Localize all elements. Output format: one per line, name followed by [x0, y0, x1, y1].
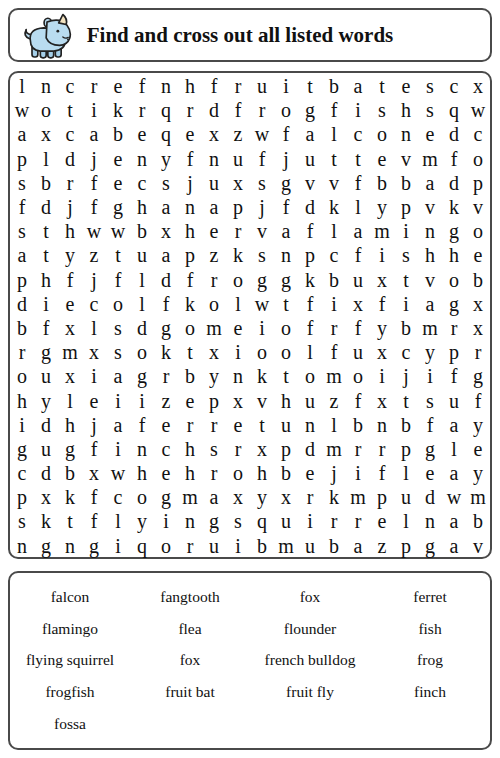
grid-cell-r20c6[interactable]: q [130, 534, 154, 558]
grid-cell-r3c15[interactable]: c [346, 122, 370, 146]
grid-cell-r17c5[interactable]: w [106, 461, 130, 485]
grid-cell-r12c12[interactable]: o [274, 340, 298, 364]
grid-cell-r16c14[interactable]: m [322, 437, 346, 461]
grid-cell-r18c8[interactable]: m [178, 485, 202, 509]
grid-cell-r15c15[interactable]: b [346, 413, 370, 437]
grid-cell-r17c19[interactable]: a [442, 461, 466, 485]
grid-cell-r3c14[interactable]: l [322, 122, 346, 146]
grid-cell-r3c17[interactable]: n [394, 122, 418, 146]
grid-cell-r6c11[interactable]: j [250, 195, 274, 219]
grid-cell-r3c12[interactable]: f [274, 122, 298, 146]
grid-cell-r15c16[interactable]: n [370, 413, 394, 437]
grid-cell-r6c20[interactable]: v [466, 195, 490, 219]
grid-cell-r4c20[interactable]: o [466, 147, 490, 171]
grid-cell-r1c15[interactable]: a [346, 74, 370, 98]
grid-cell-r14c6[interactable]: i [130, 388, 154, 412]
grid-cell-r19c19[interactable]: a [442, 509, 466, 533]
grid-cell-r14c8[interactable]: e [178, 388, 202, 412]
grid-cell-r13c3[interactable]: x [58, 364, 82, 388]
grid-cell-r1c19[interactable]: c [442, 74, 466, 98]
grid-cell-r5c11[interactable]: s [250, 171, 274, 195]
grid-cell-r16c12[interactable]: p [274, 437, 298, 461]
grid-cell-r14c3[interactable]: l [58, 388, 82, 412]
grid-cell-r15c10[interactable]: e [226, 413, 250, 437]
grid-cell-r20c9[interactable]: u [202, 534, 226, 558]
grid-cell-r2c10[interactable]: f [226, 98, 250, 122]
grid-cell-r14c17[interactable]: t [394, 388, 418, 412]
grid-cell-r18c4[interactable]: f [82, 485, 106, 509]
grid-cell-r2c7[interactable]: q [154, 98, 178, 122]
grid-cell-r13c14[interactable]: m [322, 364, 346, 388]
grid-cell-r8c17[interactable]: s [394, 243, 418, 267]
grid-cell-r19c2[interactable]: k [34, 509, 58, 533]
grid-cell-r15c11[interactable]: t [250, 413, 274, 437]
grid-cell-r3c8[interactable]: e [178, 122, 202, 146]
grid-cell-r8c7[interactable]: a [154, 243, 178, 267]
grid-cell-r14c14[interactable]: z [322, 388, 346, 412]
grid-cell-r13c13[interactable]: o [298, 364, 322, 388]
grid-cell-r5c15[interactable]: f [346, 171, 370, 195]
grid-cell-r1c11[interactable]: u [250, 74, 274, 98]
grid-cell-r17c2[interactable]: d [34, 461, 58, 485]
grid-cell-r19c20[interactable]: b [466, 509, 490, 533]
grid-cell-r11c5[interactable]: s [106, 316, 130, 340]
grid-cell-r17c20[interactable]: y [466, 461, 490, 485]
grid-cell-r5c6[interactable]: c [130, 171, 154, 195]
grid-cell-r15c1[interactable]: i [10, 413, 34, 437]
grid-cell-r2c13[interactable]: g [298, 98, 322, 122]
grid-cell-r18c17[interactable]: u [394, 485, 418, 509]
grid-cell-r2c20[interactable]: w [466, 98, 490, 122]
grid-cell-r19c5[interactable]: l [106, 509, 130, 533]
grid-cell-r9c5[interactable]: f [106, 268, 130, 292]
grid-cell-r9c15[interactable]: u [346, 268, 370, 292]
grid-cell-r10c14[interactable]: i [322, 292, 346, 316]
grid-cell-r13c17[interactable]: j [394, 364, 418, 388]
grid-cell-r18c9[interactable]: a [202, 485, 226, 509]
grid-cell-r1c14[interactable]: b [322, 74, 346, 98]
grid-cell-r17c18[interactable]: e [418, 461, 442, 485]
grid-cell-r13c9[interactable]: y [202, 364, 226, 388]
grid-cell-r4c3[interactable]: d [58, 147, 82, 171]
grid-cell-r6c12[interactable]: f [274, 195, 298, 219]
grid-cell-r6c4[interactable]: f [82, 195, 106, 219]
grid-cell-r9c14[interactable]: b [322, 268, 346, 292]
grid-cell-r11c17[interactable]: b [394, 316, 418, 340]
word-list-item[interactable]: fox [250, 581, 370, 613]
word-list-item[interactable]: fangtooth [130, 581, 250, 613]
grid-cell-r19c4[interactable]: f [82, 509, 106, 533]
grid-cell-r18c16[interactable]: p [370, 485, 394, 509]
grid-cell-r2c6[interactable]: r [130, 98, 154, 122]
grid-cell-r11c20[interactable]: x [466, 316, 490, 340]
grid-cell-r2c9[interactable]: d [202, 98, 226, 122]
grid-cell-r1c18[interactable]: s [418, 74, 442, 98]
grid-cell-r8c2[interactable]: t [34, 243, 58, 267]
grid-cell-r13c6[interactable]: g [130, 364, 154, 388]
grid-cell-r7c3[interactable]: h [58, 219, 82, 243]
grid-cell-r11c2[interactable]: f [34, 316, 58, 340]
grid-cell-r19c14[interactable]: r [322, 509, 346, 533]
grid-cell-r20c5[interactable]: i [106, 534, 130, 558]
grid-cell-r9c4[interactable]: j [82, 268, 106, 292]
grid-cell-r19c18[interactable]: n [418, 509, 442, 533]
grid-cell-r10c8[interactable]: k [178, 292, 202, 316]
grid-cell-r3c18[interactable]: e [418, 122, 442, 146]
grid-cell-r9c8[interactable]: f [178, 268, 202, 292]
grid-cell-r2c15[interactable]: i [346, 98, 370, 122]
grid-cell-r3c5[interactable]: b [106, 122, 130, 146]
grid-cell-r7c1[interactable]: s [10, 219, 34, 243]
grid-cell-r19c1[interactable]: s [10, 509, 34, 533]
grid-cell-r12c19[interactable]: p [442, 340, 466, 364]
grid-cell-r17c13[interactable]: e [298, 461, 322, 485]
grid-cell-r18c20[interactable]: m [466, 485, 490, 509]
grid-cell-r11c8[interactable]: o [178, 316, 202, 340]
grid-cell-r14c5[interactable]: i [106, 388, 130, 412]
grid-cell-r2c18[interactable]: s [418, 98, 442, 122]
grid-cell-r20c7[interactable]: o [154, 534, 178, 558]
grid-cell-r15c17[interactable]: b [394, 413, 418, 437]
grid-cell-r2c2[interactable]: o [34, 98, 58, 122]
grid-cell-r9c7[interactable]: d [154, 268, 178, 292]
grid-cell-r11c15[interactable]: f [346, 316, 370, 340]
grid-cell-r2c1[interactable]: w [10, 98, 34, 122]
grid-cell-r7c4[interactable]: w [82, 219, 106, 243]
grid-cell-r19c10[interactable]: s [226, 509, 250, 533]
grid-cell-r1c17[interactable]: e [394, 74, 418, 98]
grid-cell-r20c3[interactable]: n [58, 534, 82, 558]
grid-cell-r16c19[interactable]: l [442, 437, 466, 461]
word-list-item[interactable]: flying squirrel [10, 644, 130, 676]
grid-cell-r12c8[interactable]: t [178, 340, 202, 364]
grid-cell-r8c13[interactable]: p [298, 243, 322, 267]
grid-cell-r12c13[interactable]: l [298, 340, 322, 364]
grid-cell-r12c17[interactable]: c [394, 340, 418, 364]
word-list-item[interactable]: flounder [250, 613, 370, 645]
grid-cell-r9c10[interactable]: o [226, 268, 250, 292]
grid-cell-r6c2[interactable]: d [34, 195, 58, 219]
grid-cell-r3c6[interactable]: e [130, 122, 154, 146]
grid-cell-r20c1[interactable]: n [10, 534, 34, 558]
grid-cell-r19c11[interactable]: q [250, 509, 274, 533]
grid-cell-r6c9[interactable]: a [202, 195, 226, 219]
grid-cell-r2c17[interactable]: h [394, 98, 418, 122]
grid-cell-r19c7[interactable]: i [154, 509, 178, 533]
grid-cell-r15c6[interactable]: f [130, 413, 154, 437]
grid-cell-r9c9[interactable]: r [202, 268, 226, 292]
grid-cell-r11c9[interactable]: m [202, 316, 226, 340]
grid-cell-r6c5[interactable]: g [106, 195, 130, 219]
grid-cell-r14c4[interactable]: e [82, 388, 106, 412]
grid-cell-r10c19[interactable]: g [442, 292, 466, 316]
grid-cell-r14c12[interactable]: h [274, 388, 298, 412]
grid-cell-r8c11[interactable]: s [250, 243, 274, 267]
grid-cell-r4c5[interactable]: e [106, 147, 130, 171]
grid-cell-r13c12[interactable]: t [274, 364, 298, 388]
grid-cell-r7c2[interactable]: t [34, 219, 58, 243]
grid-cell-r1c9[interactable]: f [202, 74, 226, 98]
grid-cell-r5c2[interactable]: b [34, 171, 58, 195]
grid-cell-r14c11[interactable]: v [250, 388, 274, 412]
grid-cell-r4c1[interactable]: p [10, 147, 34, 171]
grid-cell-r3c1[interactable]: a [10, 122, 34, 146]
grid-cell-r8c5[interactable]: t [106, 243, 130, 267]
grid-cell-r6c13[interactable]: d [298, 195, 322, 219]
grid-cell-r11c18[interactable]: m [418, 316, 442, 340]
grid-cell-r7c17[interactable]: i [394, 219, 418, 243]
grid-cell-r17c14[interactable]: j [322, 461, 346, 485]
grid-cell-r1c16[interactable]: t [370, 74, 394, 98]
grid-cell-r1c8[interactable]: h [178, 74, 202, 98]
grid-cell-r7c9[interactable]: e [202, 219, 226, 243]
grid-cell-r7c14[interactable]: l [322, 219, 346, 243]
grid-cell-r6c6[interactable]: h [130, 195, 154, 219]
grid-cell-r2c19[interactable]: q [442, 98, 466, 122]
grid-cell-r14c15[interactable]: f [346, 388, 370, 412]
grid-cell-r6c14[interactable]: k [322, 195, 346, 219]
grid-cell-r15c14[interactable]: l [322, 413, 346, 437]
grid-cell-r9c13[interactable]: k [298, 268, 322, 292]
grid-cell-r16c3[interactable]: g [58, 437, 82, 461]
grid-cell-r11c4[interactable]: l [82, 316, 106, 340]
grid-cell-r7c16[interactable]: m [370, 219, 394, 243]
grid-cell-r7c11[interactable]: v [250, 219, 274, 243]
grid-cell-r20c2[interactable]: g [34, 534, 58, 558]
grid-cell-r13c19[interactable]: f [442, 364, 466, 388]
grid-cell-r12c6[interactable]: o [130, 340, 154, 364]
grid-cell-r10c12[interactable]: t [274, 292, 298, 316]
grid-cell-r1c12[interactable]: i [274, 74, 298, 98]
grid-cell-r1c2[interactable]: n [34, 74, 58, 98]
grid-cell-r17c15[interactable]: i [346, 461, 370, 485]
grid-cell-r3c9[interactable]: x [202, 122, 226, 146]
grid-cell-r15c3[interactable]: h [58, 413, 82, 437]
grid-cell-r7c8[interactable]: h [178, 219, 202, 243]
grid-cell-r7c10[interactable]: r [226, 219, 250, 243]
grid-cell-r15c2[interactable]: d [34, 413, 58, 437]
grid-cell-r10c17[interactable]: i [394, 292, 418, 316]
grid-cell-r4c13[interactable]: u [298, 147, 322, 171]
grid-cell-r3c4[interactable]: a [82, 122, 106, 146]
grid-cell-r5c20[interactable]: p [466, 171, 490, 195]
grid-cell-r18c19[interactable]: w [442, 485, 466, 509]
word-list-item[interactable]: fox [130, 644, 250, 676]
grid-cell-r16c13[interactable]: d [298, 437, 322, 461]
grid-cell-r12c16[interactable]: x [370, 340, 394, 364]
grid-cell-r15c12[interactable]: u [274, 413, 298, 437]
grid-cell-r15c9[interactable]: r [202, 413, 226, 437]
grid-cell-r13c7[interactable]: r [154, 364, 178, 388]
grid-cell-r17c1[interactable]: c [10, 461, 34, 485]
grid-cell-r13c4[interactable]: i [82, 364, 106, 388]
grid-cell-r5c5[interactable]: e [106, 171, 130, 195]
grid-cell-r5c18[interactable]: a [418, 171, 442, 195]
word-list-item[interactable]: fruit bat [130, 676, 250, 708]
grid-cell-r11c7[interactable]: g [154, 316, 178, 340]
grid-cell-r19c15[interactable]: r [346, 509, 370, 533]
grid-cell-r19c13[interactable]: i [298, 509, 322, 533]
grid-cell-r17c9[interactable]: r [202, 461, 226, 485]
grid-cell-r3c7[interactable]: q [154, 122, 178, 146]
grid-cell-r15c13[interactable]: n [298, 413, 322, 437]
grid-cell-r11c3[interactable]: x [58, 316, 82, 340]
grid-cell-r18c13[interactable]: r [298, 485, 322, 509]
grid-cell-r17c4[interactable]: x [82, 461, 106, 485]
grid-cell-r14c20[interactable]: f [466, 388, 490, 412]
grid-cell-r1c5[interactable]: e [106, 74, 130, 98]
grid-cell-r4c9[interactable]: n [202, 147, 226, 171]
grid-cell-r8c8[interactable]: p [178, 243, 202, 267]
grid-cell-r5c14[interactable]: v [322, 171, 346, 195]
grid-cell-r14c16[interactable]: x [370, 388, 394, 412]
grid-cell-r14c7[interactable]: z [154, 388, 178, 412]
grid-cell-r1c3[interactable]: c [58, 74, 82, 98]
grid-cell-r20c14[interactable]: b [322, 534, 346, 558]
grid-cell-r2c16[interactable]: s [370, 98, 394, 122]
grid-cell-r10c20[interactable]: x [466, 292, 490, 316]
grid-cell-r8c16[interactable]: i [370, 243, 394, 267]
grid-cell-r18c12[interactable]: x [274, 485, 298, 509]
grid-cell-r12c18[interactable]: y [418, 340, 442, 364]
grid-cell-r9c12[interactable]: g [274, 268, 298, 292]
grid-cell-r8c6[interactable]: u [130, 243, 154, 267]
grid-cell-r4c18[interactable]: m [418, 147, 442, 171]
grid-cell-r19c9[interactable]: g [202, 509, 226, 533]
grid-cell-r15c18[interactable]: f [418, 413, 442, 437]
grid-cell-r16c4[interactable]: f [82, 437, 106, 461]
grid-cell-r9c6[interactable]: l [130, 268, 154, 292]
grid-cell-r16c6[interactable]: n [130, 437, 154, 461]
grid-cell-r10c5[interactable]: o [106, 292, 130, 316]
grid-cell-r6c16[interactable]: y [370, 195, 394, 219]
grid-cell-r20c11[interactable]: b [250, 534, 274, 558]
grid-cell-r6c10[interactable]: p [226, 195, 250, 219]
grid-cell-r11c11[interactable]: i [250, 316, 274, 340]
grid-cell-r2c14[interactable]: f [322, 98, 346, 122]
grid-cell-r10c2[interactable]: i [34, 292, 58, 316]
grid-cell-r20c19[interactable]: a [442, 534, 466, 558]
grid-cell-r4c17[interactable]: v [394, 147, 418, 171]
grid-cell-r17c12[interactable]: b [274, 461, 298, 485]
grid-cell-r10c16[interactable]: f [370, 292, 394, 316]
word-list-item[interactable]: ferret [370, 581, 490, 613]
grid-cell-r7c6[interactable]: b [130, 219, 154, 243]
grid-cell-r2c5[interactable]: k [106, 98, 130, 122]
grid-cell-r7c7[interactable]: x [154, 219, 178, 243]
word-list-item[interactable]: frogfish [10, 676, 130, 708]
grid-cell-r18c14[interactable]: k [322, 485, 346, 509]
grid-cell-r10c6[interactable]: l [130, 292, 154, 316]
grid-cell-r20c18[interactable]: g [418, 534, 442, 558]
grid-cell-r9c16[interactable]: x [370, 268, 394, 292]
grid-cell-r18c2[interactable]: x [34, 485, 58, 509]
grid-cell-r16c11[interactable]: x [250, 437, 274, 461]
grid-cell-r19c16[interactable]: e [370, 509, 394, 533]
grid-cell-r16c8[interactable]: h [178, 437, 202, 461]
word-list-item[interactable]: french bulldog [250, 644, 370, 676]
grid-cell-r19c8[interactable]: n [178, 509, 202, 533]
grid-cell-r19c6[interactable]: y [130, 509, 154, 533]
grid-cell-r20c16[interactable]: z [370, 534, 394, 558]
grid-cell-r7c12[interactable]: a [274, 219, 298, 243]
grid-cell-r15c7[interactable]: e [154, 413, 178, 437]
grid-cell-r1c6[interactable]: f [130, 74, 154, 98]
grid-cell-r13c2[interactable]: u [34, 364, 58, 388]
grid-cell-r3c16[interactable]: o [370, 122, 394, 146]
grid-cell-r17c6[interactable]: h [130, 461, 154, 485]
grid-cell-r13c16[interactable]: i [370, 364, 394, 388]
grid-cell-r6c1[interactable]: f [10, 195, 34, 219]
grid-cell-r9c17[interactable]: t [394, 268, 418, 292]
grid-cell-r6c8[interactable]: n [178, 195, 202, 219]
grid-cell-r5c7[interactable]: s [154, 171, 178, 195]
grid-cell-r18c18[interactable]: d [418, 485, 442, 509]
grid-cell-r5c1[interactable]: s [10, 171, 34, 195]
grid-cell-r18c11[interactable]: y [250, 485, 274, 509]
grid-cell-r16c5[interactable]: i [106, 437, 130, 461]
grid-cell-r14c9[interactable]: p [202, 388, 226, 412]
grid-cell-r9c20[interactable]: b [466, 268, 490, 292]
grid-cell-r3c19[interactable]: d [442, 122, 466, 146]
grid-cell-r12c9[interactable]: x [202, 340, 226, 364]
word-list-item[interactable]: frog [370, 644, 490, 676]
grid-cell-r18c15[interactable]: m [346, 485, 370, 509]
grid-cell-r2c3[interactable]: t [58, 98, 82, 122]
grid-cell-r17c10[interactable]: o [226, 461, 250, 485]
word-list-item[interactable]: flamingo [10, 613, 130, 645]
grid-cell-r12c2[interactable]: g [34, 340, 58, 364]
grid-cell-r18c10[interactable]: x [226, 485, 250, 509]
grid-cell-r13c18[interactable]: i [418, 364, 442, 388]
grid-cell-r11c12[interactable]: o [274, 316, 298, 340]
grid-cell-r17c8[interactable]: h [178, 461, 202, 485]
grid-cell-r10c18[interactable]: a [418, 292, 442, 316]
grid-cell-r1c20[interactable]: x [466, 74, 490, 98]
grid-cell-r16c17[interactable]: p [394, 437, 418, 461]
word-list-item[interactable]: flea [130, 613, 250, 645]
grid-cell-r12c20[interactable]: r [466, 340, 490, 364]
grid-cell-r5c19[interactable]: d [442, 171, 466, 195]
grid-cell-r19c12[interactable]: u [274, 509, 298, 533]
grid-cell-r12c15[interactable]: u [346, 340, 370, 364]
grid-cell-r10c11[interactable]: w [250, 292, 274, 316]
grid-cell-r20c10[interactable]: i [226, 534, 250, 558]
grid-cell-r3c2[interactable]: x [34, 122, 58, 146]
grid-cell-r7c18[interactable]: n [418, 219, 442, 243]
grid-cell-r9c19[interactable]: o [442, 268, 466, 292]
word-list-item[interactable]: finch [370, 676, 490, 708]
grid-cell-r11c16[interactable]: y [370, 316, 394, 340]
grid-cell-r18c6[interactable]: o [130, 485, 154, 509]
grid-cell-r10c9[interactable]: o [202, 292, 226, 316]
grid-cell-r12c4[interactable]: x [82, 340, 106, 364]
grid-cell-r6c7[interactable]: a [154, 195, 178, 219]
grid-cell-r5c16[interactable]: b [370, 171, 394, 195]
grid-cell-r4c6[interactable]: n [130, 147, 154, 171]
grid-cell-r14c1[interactable]: h [10, 388, 34, 412]
grid-cell-r4c2[interactable]: l [34, 147, 58, 171]
grid-cell-r18c1[interactable]: p [10, 485, 34, 509]
grid-cell-r11c19[interactable]: r [442, 316, 466, 340]
grid-cell-r15c19[interactable]: a [442, 413, 466, 437]
grid-cell-r8c20[interactable]: e [466, 243, 490, 267]
grid-cell-r3c10[interactable]: z [226, 122, 250, 146]
grid-cell-r17c11[interactable]: h [250, 461, 274, 485]
grid-cell-r10c4[interactable]: c [82, 292, 106, 316]
grid-cell-r8c3[interactable]: y [58, 243, 82, 267]
grid-cell-r13c1[interactable]: o [10, 364, 34, 388]
